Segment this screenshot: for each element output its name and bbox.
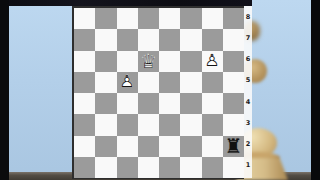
white-pawn-piece[interactable]: ♟♙ bbox=[117, 72, 138, 93]
board-square-h3[interactable] bbox=[223, 114, 244, 135]
rank-label-4: 4 bbox=[244, 91, 252, 112]
board-square-h4[interactable] bbox=[223, 93, 244, 114]
board-square-h8[interactable] bbox=[223, 8, 244, 29]
board-square-e8[interactable] bbox=[159, 8, 180, 29]
white-pawn-glyph-outline: ♙ bbox=[205, 52, 220, 69]
board-square-c3[interactable] bbox=[117, 114, 138, 135]
board-square-b3[interactable] bbox=[95, 114, 116, 135]
board-square-f1[interactable] bbox=[180, 157, 201, 178]
board-square-g1[interactable] bbox=[202, 157, 223, 178]
white-pawn-piece[interactable]: ♟♙ bbox=[202, 51, 223, 72]
board-square-d8[interactable] bbox=[138, 8, 159, 29]
board-square-f8[interactable] bbox=[180, 8, 201, 29]
board-square-e6[interactable] bbox=[159, 51, 180, 72]
left-edge-bar bbox=[0, 0, 9, 180]
white-pawn-glyph-outline: ♙ bbox=[120, 74, 135, 91]
board-square-f6[interactable] bbox=[180, 51, 201, 72]
rank-label-2: 2 bbox=[244, 134, 252, 155]
board-square-d1[interactable] bbox=[138, 157, 159, 178]
board-square-f3[interactable] bbox=[180, 114, 201, 135]
board-square-d4[interactable] bbox=[138, 93, 159, 114]
board-square-f4[interactable] bbox=[180, 93, 201, 114]
top-edge-bar bbox=[9, 0, 252, 6]
black-rook-glyph: ♜ bbox=[224, 136, 242, 156]
board-square-d5[interactable] bbox=[138, 72, 159, 93]
board-square-h6[interactable] bbox=[223, 51, 244, 72]
rank-label-3: 3 bbox=[244, 112, 252, 133]
rank-label-strip: 87654321 bbox=[244, 6, 252, 178]
board-square-d3[interactable] bbox=[138, 114, 159, 135]
board-square-f5[interactable] bbox=[180, 72, 201, 93]
board-square-h2[interactable]: ♜ bbox=[223, 136, 244, 157]
board-square-d2[interactable] bbox=[138, 136, 159, 157]
board-square-h7[interactable] bbox=[223, 29, 244, 50]
chess-board: ♛♕♟♙♟♙♜ 87654321 bbox=[72, 6, 252, 180]
board-square-a3[interactable] bbox=[74, 114, 95, 135]
board-square-b6[interactable] bbox=[95, 51, 116, 72]
board-square-g7[interactable] bbox=[202, 29, 223, 50]
board-square-b5[interactable] bbox=[95, 72, 116, 93]
board-square-b2[interactable] bbox=[95, 136, 116, 157]
board-square-a1[interactable] bbox=[74, 157, 95, 178]
board-square-f2[interactable] bbox=[180, 136, 201, 157]
board-square-g3[interactable] bbox=[202, 114, 223, 135]
board-square-d7[interactable] bbox=[138, 29, 159, 50]
board-square-b7[interactable] bbox=[95, 29, 116, 50]
board-square-c4[interactable] bbox=[117, 93, 138, 114]
board-square-c6[interactable] bbox=[117, 51, 138, 72]
rank-label-5: 5 bbox=[244, 70, 252, 91]
right-edge-bar bbox=[311, 0, 320, 180]
board-square-g4[interactable] bbox=[202, 93, 223, 114]
board-square-a8[interactable] bbox=[74, 8, 95, 29]
board-square-d6[interactable]: ♛♕ bbox=[138, 51, 159, 72]
board-square-g5[interactable] bbox=[202, 72, 223, 93]
black-rook-piece[interactable]: ♜ bbox=[223, 136, 244, 157]
board-square-c8[interactable] bbox=[117, 8, 138, 29]
board-square-a7[interactable] bbox=[74, 29, 95, 50]
white-queen-glyph-outline: ♕ bbox=[139, 51, 157, 71]
board-square-e4[interactable] bbox=[159, 93, 180, 114]
board-square-h1[interactable] bbox=[223, 157, 244, 178]
board-square-h5[interactable] bbox=[223, 72, 244, 93]
board-square-b8[interactable] bbox=[95, 8, 116, 29]
board-square-c7[interactable] bbox=[117, 29, 138, 50]
board-square-g2[interactable] bbox=[202, 136, 223, 157]
board-square-e7[interactable] bbox=[159, 29, 180, 50]
rank-label-7: 7 bbox=[244, 27, 252, 48]
rank-label-6: 6 bbox=[244, 49, 252, 70]
white-queen-piece[interactable]: ♛♕ bbox=[138, 51, 159, 72]
video-frame: ♛♕♟♙♟♙♜ 87654321 bbox=[0, 0, 320, 180]
board-square-a2[interactable] bbox=[74, 136, 95, 157]
board-square-e3[interactable] bbox=[159, 114, 180, 135]
rank-label-8: 8 bbox=[244, 6, 252, 27]
board-square-c1[interactable] bbox=[117, 157, 138, 178]
board-square-g8[interactable] bbox=[202, 8, 223, 29]
board-square-c5[interactable]: ♟♙ bbox=[117, 72, 138, 93]
board-square-a4[interactable] bbox=[74, 93, 95, 114]
board-square-g6[interactable]: ♟♙ bbox=[202, 51, 223, 72]
board-square-a6[interactable] bbox=[74, 51, 95, 72]
board-square-e1[interactable] bbox=[159, 157, 180, 178]
board-square-a5[interactable] bbox=[74, 72, 95, 93]
board-square-c2[interactable] bbox=[117, 136, 138, 157]
rank-label-1: 1 bbox=[244, 155, 252, 176]
board-square-f7[interactable] bbox=[180, 29, 201, 50]
board-square-e5[interactable] bbox=[159, 72, 180, 93]
board-grid: ♛♕♟♙♟♙♜ bbox=[74, 8, 244, 178]
board-square-b4[interactable] bbox=[95, 93, 116, 114]
board-square-e2[interactable] bbox=[159, 136, 180, 157]
board-square-b1[interactable] bbox=[95, 157, 116, 178]
